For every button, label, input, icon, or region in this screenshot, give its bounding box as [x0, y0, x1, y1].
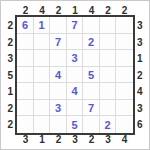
clue-left-2: 2	[3, 34, 17, 51]
grid-cell-r2c5[interactable]: 2	[83, 34, 100, 51]
grid-cell-r1c5[interactable]	[83, 17, 100, 34]
grid-cell-r4c1[interactable]	[17, 67, 34, 84]
grid-cell-r1c6[interactable]	[100, 17, 117, 34]
grid-cell-r1c7[interactable]	[116, 17, 133, 34]
clue-top-2: 4	[34, 3, 51, 17]
clue-right-6: 3	[133, 100, 147, 117]
grid-cell-r4c7[interactable]	[116, 67, 133, 84]
grid-cell-r2c1[interactable]	[17, 34, 34, 51]
grid-cell-r7c1[interactable]	[17, 116, 34, 133]
clue-left-5: 1	[3, 83, 17, 100]
clue-left-6: 2	[3, 100, 17, 117]
skyscrapers-board: 2421422312323422351223312436617723454375…	[0, 0, 150, 150]
grid-cell-r7c5[interactable]	[83, 116, 100, 133]
clue-top-5: 4	[83, 3, 100, 17]
clue-right-4: 2	[133, 67, 147, 84]
grid-cell-r7c3[interactable]	[50, 116, 67, 133]
clue-bottom-5: 2	[83, 133, 100, 147]
grid-cell-r4c6[interactable]	[100, 67, 117, 84]
grid-cell-r6c4[interactable]	[67, 100, 84, 117]
grid-cell-r6c5[interactable]: 7	[83, 100, 100, 117]
grid-cell-r1c1[interactable]: 6	[17, 17, 34, 34]
clue-right-7: 6	[133, 116, 147, 133]
grid-cell-r4c3[interactable]: 4	[50, 67, 67, 84]
grid-cell-r5c1[interactable]	[17, 83, 34, 100]
clue-bottom-4: 3	[67, 133, 84, 147]
clue-bottom-2: 1	[34, 133, 51, 147]
grid-cell-r3c1[interactable]	[17, 50, 34, 67]
clue-top-7: 2	[116, 3, 133, 17]
grid-cell-r2c6[interactable]	[100, 34, 117, 51]
grid-cell-r2c4[interactable]	[67, 34, 84, 51]
clue-left-1: 2	[3, 17, 17, 34]
grid-cell-r6c2[interactable]	[34, 100, 51, 117]
grid-cell-r5c7[interactable]	[116, 83, 133, 100]
grid-cell-r2c7[interactable]	[116, 34, 133, 51]
grid-cell-r6c7[interactable]	[116, 100, 133, 117]
grid-cell-r4c5[interactable]: 5	[83, 67, 100, 84]
grid-cell-r5c4[interactable]: 4	[67, 83, 84, 100]
grid-cell-r3c4[interactable]: 3	[67, 50, 84, 67]
grid-cell-r5c2[interactable]	[34, 83, 51, 100]
clue-left-4: 5	[3, 67, 17, 84]
clue-right-2: 3	[133, 34, 147, 51]
clue-right-3: 1	[133, 50, 147, 67]
clue-right-1: 3	[133, 17, 147, 34]
grid-cell-r5c6[interactable]	[100, 83, 117, 100]
clue-top-1: 2	[17, 3, 34, 17]
grid-cell-r7c7[interactable]	[116, 116, 133, 133]
grid-cell-r3c5[interactable]	[83, 50, 100, 67]
clue-bottom-6: 3	[100, 133, 117, 147]
clue-bottom-7: 4	[116, 133, 133, 147]
grid-cell-r7c4[interactable]: 5	[67, 116, 84, 133]
grid-cell-r4c4[interactable]	[67, 67, 84, 84]
grid-cell-r6c1[interactable]	[17, 100, 34, 117]
grid-cell-r7c2[interactable]	[34, 116, 51, 133]
grid-cell-r1c4[interactable]: 7	[67, 17, 84, 34]
clue-left-3: 3	[3, 50, 17, 67]
grid-cell-r3c6[interactable]	[100, 50, 117, 67]
grid-cell-r6c3[interactable]: 3	[50, 100, 67, 117]
grid-cell-r7c6[interactable]: 2	[100, 116, 117, 133]
grid-cell-r1c2[interactable]: 1	[34, 17, 51, 34]
grid-cell-r3c2[interactable]	[34, 50, 51, 67]
clue-top-4: 1	[67, 3, 84, 17]
grid-cell-r5c5[interactable]	[83, 83, 100, 100]
grid-cell-r6c6[interactable]	[100, 100, 117, 117]
clue-bottom-1: 3	[17, 133, 34, 147]
grid-cell-r1c3[interactable]	[50, 17, 67, 34]
grid-cell-r3c7[interactable]	[116, 50, 133, 67]
clue-top-6: 2	[100, 3, 117, 17]
clue-right-5: 4	[133, 83, 147, 100]
grid-cell-r3c3[interactable]	[50, 50, 67, 67]
clue-left-7: 2	[3, 116, 17, 133]
puzzle-layout: 2421422312323422351223312436617723454375…	[3, 3, 147, 147]
grid-cell-r5c3[interactable]	[50, 83, 67, 100]
grid-cell-r2c3[interactable]: 7	[50, 34, 67, 51]
clue-top-3: 2	[50, 3, 67, 17]
grid-cell-r4c2[interactable]	[34, 67, 51, 84]
clue-bottom-3: 2	[50, 133, 67, 147]
grid-cell-r2c2[interactable]	[34, 34, 51, 51]
